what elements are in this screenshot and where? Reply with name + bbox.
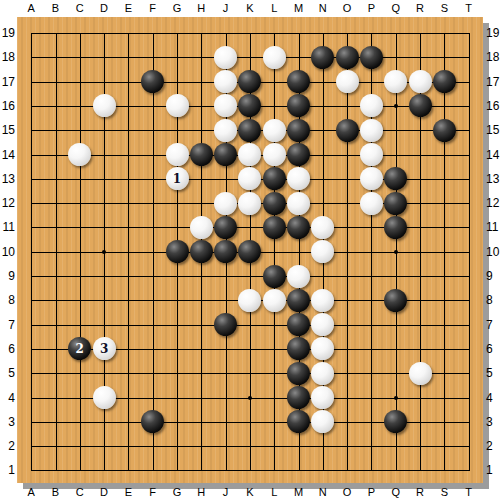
stone-black: [214, 313, 237, 336]
stone-black: [311, 46, 334, 69]
stone-white: [311, 386, 334, 409]
coord-label-bottom: K: [238, 485, 262, 499]
stone-white: [409, 362, 432, 385]
stone-white: [263, 46, 286, 69]
coord-label-top: S: [432, 1, 456, 15]
coord-label-right: 7: [486, 317, 500, 333]
stone-black: [384, 167, 407, 190]
stone-white: 3: [93, 337, 116, 360]
coord-label-bottom: L: [262, 485, 286, 499]
stone-black: [190, 240, 213, 263]
stone-black: [287, 119, 310, 142]
stone-black: [384, 410, 407, 433]
grid-hline: [31, 470, 469, 471]
stone-black: [190, 143, 213, 166]
stone-black: [287, 410, 310, 433]
coord-label-bottom: T: [457, 485, 481, 499]
stone-white: 1: [166, 167, 189, 190]
stone-black: [287, 313, 310, 336]
coord-label-bottom: R: [408, 485, 432, 499]
coord-label-left: 16: [0, 98, 15, 114]
stone-white: [311, 362, 334, 385]
stone-white: [360, 143, 383, 166]
stone-black: [433, 70, 456, 93]
stone-white: [238, 289, 261, 312]
grid-hline: [31, 276, 469, 277]
stone-black: [287, 289, 310, 312]
stone-black: [238, 70, 261, 93]
stone-white: [360, 167, 383, 190]
stone-white: [68, 143, 91, 166]
coord-label-top: T: [457, 1, 481, 15]
coord-label-left: 1: [0, 462, 15, 478]
coord-label-top: H: [189, 1, 213, 15]
coord-label-left: 17: [0, 74, 15, 90]
stone-white: [238, 143, 261, 166]
stone-white: [360, 119, 383, 142]
stone-black: [287, 216, 310, 239]
stone-black: [238, 119, 261, 142]
coord-label-right: 9: [486, 268, 500, 284]
coord-label-right: 3: [486, 414, 500, 430]
move-number: 1: [173, 172, 181, 186]
stone-black: [336, 46, 359, 69]
stone-black: [287, 362, 310, 385]
coord-label-top: N: [311, 1, 335, 15]
coord-label-top: C: [68, 1, 92, 15]
star-point: [394, 250, 398, 254]
star-point: [394, 396, 398, 400]
coord-label-bottom: A: [19, 485, 43, 499]
coord-label-top: K: [238, 1, 262, 15]
stone-white: [311, 216, 334, 239]
stone-black: [263, 167, 286, 190]
stone-black: [263, 265, 286, 288]
coord-label-bottom: O: [335, 485, 359, 499]
stone-white: [190, 216, 213, 239]
stone-black: [287, 337, 310, 360]
coord-label-left: 14: [0, 147, 15, 163]
coord-label-right: 19: [486, 25, 500, 41]
coord-label-top: D: [92, 1, 116, 15]
coord-label-left: 2: [0, 438, 15, 454]
coord-label-top: E: [116, 1, 140, 15]
coord-label-top: B: [44, 1, 68, 15]
stone-white: [287, 265, 310, 288]
coord-label-right: 17: [486, 74, 500, 90]
coord-label-right: 8: [486, 292, 500, 308]
coord-label-bottom: E: [116, 485, 140, 499]
stone-white: [360, 94, 383, 117]
coord-label-bottom: P: [359, 485, 383, 499]
stone-black: [384, 192, 407, 215]
star-point: [394, 104, 398, 108]
stone-white: [287, 192, 310, 215]
coord-label-top: R: [408, 1, 432, 15]
coord-label-left: 4: [0, 390, 15, 406]
grid-hline: [31, 373, 469, 374]
coord-label-bottom: M: [287, 485, 311, 499]
stone-black: [287, 94, 310, 117]
stone-black: [287, 386, 310, 409]
coord-label-bottom: G: [165, 485, 189, 499]
coord-label-left: 12: [0, 195, 15, 211]
coord-label-right: 6: [486, 341, 500, 357]
coord-label-right: 18: [486, 49, 500, 65]
coord-label-left: 8: [0, 292, 15, 308]
coord-label-right: 4: [486, 390, 500, 406]
grid-hline: [31, 446, 469, 447]
stone-white: [311, 410, 334, 433]
coord-label-right: 13: [486, 171, 500, 187]
coord-label-left: 7: [0, 317, 15, 333]
stone-white: [263, 289, 286, 312]
coord-label-bottom: J: [214, 485, 238, 499]
stone-white: [166, 94, 189, 117]
coord-label-top: F: [141, 1, 165, 15]
stone-white: [311, 289, 334, 312]
coord-label-bottom: S: [432, 485, 456, 499]
coord-label-left: 6: [0, 341, 15, 357]
coord-label-right: 1: [486, 462, 500, 478]
stone-black: [141, 70, 164, 93]
star-point: [102, 250, 106, 254]
coord-label-left: 13: [0, 171, 15, 187]
coord-label-top: Q: [384, 1, 408, 15]
stone-white: [287, 167, 310, 190]
coord-label-right: 12: [486, 195, 500, 211]
grid-vline: [444, 33, 445, 471]
coord-label-left: 18: [0, 49, 15, 65]
coord-label-left: 11: [0, 219, 15, 235]
stone-black: 2: [68, 337, 91, 360]
stone-black: [238, 240, 261, 263]
coord-label-top: L: [262, 1, 286, 15]
stone-black: [287, 70, 310, 93]
stone-black: [384, 216, 407, 239]
coord-label-left: 15: [0, 122, 15, 138]
coord-label-right: 10: [486, 244, 500, 260]
coord-label-top: O: [335, 1, 359, 15]
coord-label-right: 5: [486, 365, 500, 381]
coord-label-top: J: [214, 1, 238, 15]
stone-black: [214, 240, 237, 263]
coord-label-left: 3: [0, 414, 15, 430]
grid-vline: [469, 33, 470, 471]
stone-black: [287, 143, 310, 166]
stone-black: [141, 410, 164, 433]
stone-black: [263, 216, 286, 239]
coord-label-bottom: Q: [384, 485, 408, 499]
grid-vline: [347, 33, 348, 471]
stone-white: [263, 119, 286, 142]
stone-white: [214, 94, 237, 117]
coord-label-right: 15: [486, 122, 500, 138]
stone-black: [336, 119, 359, 142]
coord-label-top: M: [287, 1, 311, 15]
coord-label-bottom: B: [44, 485, 68, 499]
stone-white: [214, 46, 237, 69]
stone-black: [360, 46, 383, 69]
grid-hline: [31, 325, 469, 326]
coord-label-bottom: F: [141, 485, 165, 499]
coord-label-right: 16: [486, 98, 500, 114]
coord-label-top: P: [359, 1, 383, 15]
coord-label-left: 19: [0, 25, 15, 41]
stone-black: [433, 119, 456, 142]
stone-black: [214, 216, 237, 239]
coord-label-bottom: H: [189, 485, 213, 499]
move-number: 2: [76, 342, 84, 356]
go-board-diagram: 123 AA1919BB1818CC1717DD1616EE1515FF1414…: [0, 0, 500, 500]
coord-label-right: 14: [486, 147, 500, 163]
stone-white: [311, 240, 334, 263]
stone-white: [214, 70, 237, 93]
star-point: [248, 396, 252, 400]
coord-label-left: 10: [0, 244, 15, 260]
stone-white: [311, 313, 334, 336]
stone-white: [238, 167, 261, 190]
coord-label-right: 2: [486, 438, 500, 454]
stone-white: [93, 94, 116, 117]
stone-white: [93, 386, 116, 409]
coord-label-bottom: D: [92, 485, 116, 499]
stone-black: [214, 143, 237, 166]
stone-white: [166, 143, 189, 166]
coord-label-top: A: [19, 1, 43, 15]
grid-vline: [274, 33, 275, 471]
stone-black: [166, 240, 189, 263]
stone-white: [409, 70, 432, 93]
stone-black: [384, 289, 407, 312]
stone-white: [263, 143, 286, 166]
stone-white: [336, 70, 359, 93]
stone-white: [384, 70, 407, 93]
stone-black: [238, 94, 261, 117]
stone-white: [360, 192, 383, 215]
stone-white: [214, 119, 237, 142]
go-board[interactable]: 123: [17, 17, 483, 483]
coord-label-top: G: [165, 1, 189, 15]
coord-label-left: 5: [0, 365, 15, 381]
stone-black: [409, 94, 432, 117]
coord-label-right: 11: [486, 219, 500, 235]
coord-label-bottom: C: [68, 485, 92, 499]
coord-label-left: 9: [0, 268, 15, 284]
stone-white: [311, 337, 334, 360]
stone-black: [263, 192, 286, 215]
stone-white: [238, 192, 261, 215]
move-number: 3: [100, 342, 108, 356]
stone-white: [214, 192, 237, 215]
coord-label-bottom: N: [311, 485, 335, 499]
